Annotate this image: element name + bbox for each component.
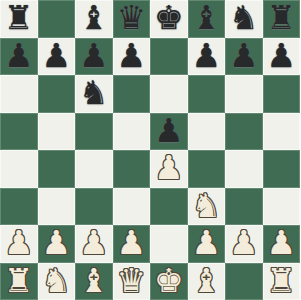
square-f6[interactable]	[188, 75, 226, 113]
square-b3[interactable]	[38, 188, 76, 226]
square-d6[interactable]	[113, 75, 151, 113]
square-a4[interactable]	[0, 150, 38, 188]
square-e2[interactable]	[150, 225, 188, 263]
square-h4[interactable]	[263, 150, 301, 188]
piece-black-pawn[interactable]: ♟	[154, 114, 184, 147]
square-f5[interactable]	[188, 113, 226, 151]
piece-white-bishop[interactable]: ♝	[191, 264, 221, 297]
piece-black-bishop[interactable]: ♝	[191, 1, 221, 34]
square-g5[interactable]	[225, 113, 263, 151]
square-b5[interactable]	[38, 113, 76, 151]
square-b6[interactable]	[38, 75, 76, 113]
square-f2[interactable]: ♟	[188, 225, 226, 263]
square-e5[interactable]: ♟	[150, 113, 188, 151]
piece-black-rook[interactable]: ♜	[4, 1, 34, 34]
square-a8[interactable]: ♜	[0, 0, 38, 38]
piece-white-king[interactable]: ♚	[154, 264, 184, 297]
piece-black-knight[interactable]: ♞	[229, 1, 259, 34]
piece-black-pawn[interactable]: ♟	[41, 39, 71, 72]
piece-black-pawn[interactable]: ♟	[79, 39, 109, 72]
square-e8[interactable]: ♚	[150, 0, 188, 38]
piece-white-pawn[interactable]: ♟	[266, 226, 296, 259]
square-f3[interactable]: ♞	[188, 188, 226, 226]
square-d1[interactable]: ♛	[113, 263, 151, 300]
piece-white-knight[interactable]: ♞	[191, 189, 221, 222]
square-a1[interactable]: ♜	[0, 263, 38, 300]
square-g8[interactable]: ♞	[225, 0, 263, 38]
piece-white-pawn[interactable]: ♟	[191, 226, 221, 259]
square-g4[interactable]	[225, 150, 263, 188]
piece-black-pawn[interactable]: ♟	[4, 39, 34, 72]
square-d8[interactable]: ♛	[113, 0, 151, 38]
square-g6[interactable]	[225, 75, 263, 113]
square-c7[interactable]: ♟	[75, 38, 113, 76]
square-h6[interactable]	[263, 75, 301, 113]
square-c3[interactable]	[75, 188, 113, 226]
chess-board: ♜♝♛♚♝♞♜♟♟♟♟♟♟♟♞♟♟♞♟♟♟♟♟♟♟♜♞♝♛♚♝♜	[0, 0, 300, 300]
piece-white-pawn[interactable]: ♟	[229, 226, 259, 259]
piece-white-knight[interactable]: ♞	[41, 264, 71, 297]
piece-black-queen[interactable]: ♛	[116, 1, 146, 34]
piece-black-bishop[interactable]: ♝	[79, 1, 109, 34]
square-a5[interactable]	[0, 113, 38, 151]
square-b4[interactable]	[38, 150, 76, 188]
square-e1[interactable]: ♚	[150, 263, 188, 300]
square-b7[interactable]: ♟	[38, 38, 76, 76]
square-c1[interactable]: ♝	[75, 263, 113, 300]
piece-white-pawn[interactable]: ♟	[154, 151, 184, 184]
square-a6[interactable]	[0, 75, 38, 113]
square-f7[interactable]: ♟	[188, 38, 226, 76]
square-h7[interactable]: ♟	[263, 38, 301, 76]
square-h2[interactable]: ♟	[263, 225, 301, 263]
square-d7[interactable]: ♟	[113, 38, 151, 76]
piece-white-pawn[interactable]: ♟	[79, 226, 109, 259]
square-b8[interactable]	[38, 0, 76, 38]
square-e7[interactable]	[150, 38, 188, 76]
square-h8[interactable]: ♜	[263, 0, 301, 38]
piece-white-pawn[interactable]: ♟	[116, 226, 146, 259]
piece-black-knight[interactable]: ♞	[79, 76, 109, 109]
square-c2[interactable]: ♟	[75, 225, 113, 263]
piece-black-pawn[interactable]: ♟	[229, 39, 259, 72]
piece-black-rook[interactable]: ♜	[266, 1, 296, 34]
square-a2[interactable]: ♟	[0, 225, 38, 263]
square-e6[interactable]	[150, 75, 188, 113]
square-c6[interactable]: ♞	[75, 75, 113, 113]
square-g3[interactable]	[225, 188, 263, 226]
square-d2[interactable]: ♟	[113, 225, 151, 263]
square-f4[interactable]	[188, 150, 226, 188]
square-f8[interactable]: ♝	[188, 0, 226, 38]
square-a7[interactable]: ♟	[0, 38, 38, 76]
square-d3[interactable]	[113, 188, 151, 226]
square-d4[interactable]	[113, 150, 151, 188]
square-g1[interactable]	[225, 263, 263, 300]
square-h3[interactable]	[263, 188, 301, 226]
square-c5[interactable]	[75, 113, 113, 151]
square-e4[interactable]: ♟	[150, 150, 188, 188]
piece-black-king[interactable]: ♚	[154, 1, 184, 34]
piece-white-pawn[interactable]: ♟	[4, 226, 34, 259]
square-c4[interactable]	[75, 150, 113, 188]
square-b2[interactable]: ♟	[38, 225, 76, 263]
piece-white-pawn[interactable]: ♟	[41, 226, 71, 259]
square-c8[interactable]: ♝	[75, 0, 113, 38]
piece-black-pawn[interactable]: ♟	[266, 39, 296, 72]
square-d5[interactable]	[113, 113, 151, 151]
square-g2[interactable]: ♟	[225, 225, 263, 263]
square-f1[interactable]: ♝	[188, 263, 226, 300]
square-e3[interactable]	[150, 188, 188, 226]
square-b1[interactable]: ♞	[38, 263, 76, 300]
piece-white-bishop[interactable]: ♝	[79, 264, 109, 297]
square-g7[interactable]: ♟	[225, 38, 263, 76]
square-a3[interactable]	[0, 188, 38, 226]
piece-black-pawn[interactable]: ♟	[116, 39, 146, 72]
piece-white-rook[interactable]: ♜	[266, 264, 296, 297]
piece-white-queen[interactable]: ♛	[116, 264, 146, 297]
square-h1[interactable]: ♜	[263, 263, 301, 300]
piece-white-rook[interactable]: ♜	[4, 264, 34, 297]
piece-black-pawn[interactable]: ♟	[191, 39, 221, 72]
square-h5[interactable]	[263, 113, 301, 151]
